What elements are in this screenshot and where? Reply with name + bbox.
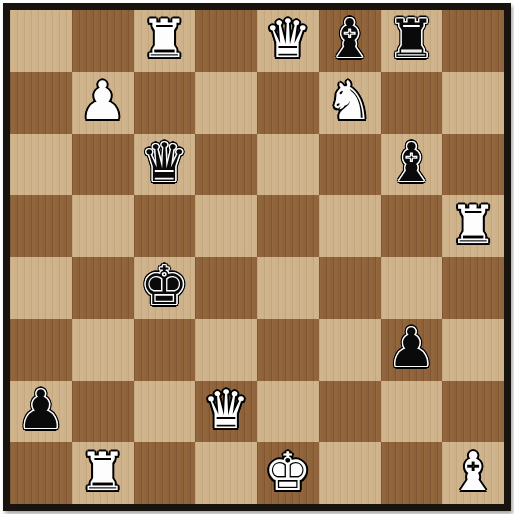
square-c8[interactable]: ♜ (134, 10, 196, 72)
piece-white-bishop: ♝ (449, 445, 497, 498)
square-c5[interactable] (134, 195, 196, 257)
square-f6[interactable] (319, 134, 381, 196)
square-e1[interactable]: ♚ (257, 442, 319, 504)
square-a2[interactable]: ♟ (10, 381, 72, 443)
square-e3[interactable] (257, 319, 319, 381)
square-b1[interactable]: ♜ (72, 442, 134, 504)
square-c7[interactable] (134, 72, 196, 134)
square-a3[interactable] (10, 319, 72, 381)
square-h3[interactable] (442, 319, 504, 381)
square-g7[interactable] (381, 72, 443, 134)
square-c1[interactable] (134, 442, 196, 504)
square-h5[interactable]: ♜ (442, 195, 504, 257)
square-d3[interactable] (195, 319, 257, 381)
square-h1[interactable]: ♝ (442, 442, 504, 504)
square-g4[interactable] (381, 257, 443, 319)
square-d1[interactable] (195, 442, 257, 504)
square-e6[interactable] (257, 134, 319, 196)
square-a7[interactable] (10, 72, 72, 134)
piece-white-queen: ♛ (202, 383, 250, 436)
square-d4[interactable] (195, 257, 257, 319)
piece-black-king: ♚ (141, 259, 189, 312)
piece-black-rook: ♜ (388, 12, 436, 65)
square-b3[interactable] (72, 319, 134, 381)
square-a8[interactable] (10, 10, 72, 72)
square-c6[interactable]: ♛ (134, 134, 196, 196)
page-background: ♜♛♝♜♟♞♛♝♜♚♟♟♛♜♚♝ (0, 0, 514, 514)
square-a4[interactable] (10, 257, 72, 319)
square-f8[interactable]: ♝ (319, 10, 381, 72)
piece-white-rook: ♜ (141, 12, 189, 65)
square-f3[interactable] (319, 319, 381, 381)
square-c4[interactable]: ♚ (134, 257, 196, 319)
square-e5[interactable] (257, 195, 319, 257)
square-e8[interactable]: ♛ (257, 10, 319, 72)
square-f2[interactable] (319, 381, 381, 443)
square-e2[interactable] (257, 381, 319, 443)
square-c3[interactable] (134, 319, 196, 381)
square-g5[interactable] (381, 195, 443, 257)
piece-black-bishop: ♝ (388, 136, 436, 189)
square-g2[interactable] (381, 381, 443, 443)
square-b4[interactable] (72, 257, 134, 319)
square-a6[interactable] (10, 134, 72, 196)
square-g1[interactable] (381, 442, 443, 504)
square-c2[interactable] (134, 381, 196, 443)
square-f4[interactable] (319, 257, 381, 319)
square-b6[interactable] (72, 134, 134, 196)
square-h2[interactable] (442, 381, 504, 443)
piece-black-queen: ♛ (141, 136, 189, 189)
square-d6[interactable] (195, 134, 257, 196)
square-b5[interactable] (72, 195, 134, 257)
square-h6[interactable] (442, 134, 504, 196)
square-h7[interactable] (442, 72, 504, 134)
square-g6[interactable]: ♝ (381, 134, 443, 196)
square-f1[interactable] (319, 442, 381, 504)
piece-white-knight: ♞ (326, 74, 374, 127)
piece-white-queen: ♛ (264, 12, 312, 65)
square-d2[interactable]: ♛ (195, 381, 257, 443)
square-h8[interactable] (442, 10, 504, 72)
piece-white-rook: ♜ (79, 445, 127, 498)
square-f5[interactable] (319, 195, 381, 257)
square-a1[interactable] (10, 442, 72, 504)
square-d5[interactable] (195, 195, 257, 257)
square-f7[interactable]: ♞ (319, 72, 381, 134)
square-g3[interactable]: ♟ (381, 319, 443, 381)
square-e4[interactable] (257, 257, 319, 319)
square-b8[interactable] (72, 10, 134, 72)
piece-black-pawn: ♟ (388, 321, 436, 374)
square-h4[interactable] (442, 257, 504, 319)
square-e7[interactable] (257, 72, 319, 134)
square-g8[interactable]: ♜ (381, 10, 443, 72)
piece-white-rook: ♜ (449, 198, 497, 251)
board-frame: ♜♛♝♜♟♞♛♝♜♚♟♟♛♜♚♝ (3, 3, 511, 511)
piece-black-pawn: ♟ (17, 383, 65, 436)
square-a5[interactable] (10, 195, 72, 257)
square-b2[interactable] (72, 381, 134, 443)
square-b7[interactable]: ♟ (72, 72, 134, 134)
square-d8[interactable] (195, 10, 257, 72)
piece-white-pawn: ♟ (79, 74, 127, 127)
chess-board: ♜♛♝♜♟♞♛♝♜♚♟♟♛♜♚♝ (10, 10, 504, 504)
piece-black-bishop: ♝ (326, 12, 374, 65)
piece-white-king: ♚ (264, 445, 312, 498)
square-d7[interactable] (195, 72, 257, 134)
